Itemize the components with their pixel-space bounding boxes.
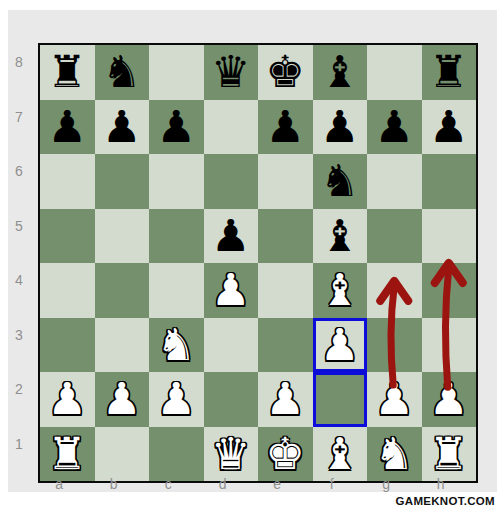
piece-white-rook[interactable]: ♜ <box>48 427 87 482</box>
piece-white-pawn[interactable]: ♟ <box>320 318 359 373</box>
square-d3[interactable] <box>204 318 259 373</box>
piece-black-king[interactable]: ♚ <box>266 45 305 100</box>
file-label-c: c <box>141 475 196 493</box>
watermark: GAMEKNOT.COM <box>396 491 495 511</box>
piece-white-bishop[interactable]: ♝ <box>320 427 359 482</box>
piece-white-pawn[interactable]: ♟ <box>102 372 141 427</box>
square-a4[interactable] <box>40 263 95 318</box>
file-label-b: b <box>87 475 142 493</box>
rank-label-8: 8 <box>8 35 30 90</box>
piece-white-pawn[interactable]: ♟ <box>48 372 87 427</box>
rank-label-6: 6 <box>8 144 30 199</box>
square-b2[interactable]: ♟ <box>95 372 150 427</box>
square-e1[interactable]: ♚ <box>258 427 313 482</box>
rank-labels: 8 7 6 5 4 3 2 1 <box>8 35 30 471</box>
square-h3[interactable] <box>422 318 477 373</box>
square-f8[interactable]: ♝ <box>313 45 368 100</box>
piece-white-knight[interactable]: ♞ <box>375 427 414 482</box>
square-a7[interactable]: ♟ <box>40 100 95 155</box>
rank-label-3: 3 <box>8 308 30 363</box>
square-h6[interactable] <box>422 154 477 209</box>
square-d7[interactable] <box>204 100 259 155</box>
square-c1[interactable] <box>149 427 204 482</box>
file-label-f: f <box>305 475 360 493</box>
piece-black-pawn[interactable]: ♟ <box>320 100 359 155</box>
square-h2[interactable]: ♟ <box>422 372 477 427</box>
square-h4[interactable] <box>422 263 477 318</box>
rank-label-1: 1 <box>8 417 30 472</box>
file-label-a: a <box>32 475 87 493</box>
piece-white-pawn[interactable]: ♟ <box>211 263 250 318</box>
square-e3[interactable] <box>258 318 313 373</box>
square-e4[interactable] <box>258 263 313 318</box>
square-f3[interactable]: ♟ <box>313 318 368 373</box>
square-c6[interactable] <box>149 154 204 209</box>
piece-black-rook[interactable]: ♜ <box>429 45 468 100</box>
square-d6[interactable] <box>204 154 259 209</box>
square-f2[interactable] <box>313 372 368 427</box>
square-g3[interactable] <box>367 318 422 373</box>
file-label-d: d <box>196 475 251 493</box>
chess-board[interactable]: ♜♞♛♚♝♜♟♟♟♟♟♟♟♞♟♝♟♝♞♟♟♟♟♟♟♟♜♛♚♝♞♜ <box>40 45 476 481</box>
square-c4[interactable] <box>149 263 204 318</box>
piece-black-pawn[interactable]: ♟ <box>266 100 305 155</box>
piece-white-pawn[interactable]: ♟ <box>266 372 305 427</box>
square-g7[interactable]: ♟ <box>367 100 422 155</box>
square-b7[interactable]: ♟ <box>95 100 150 155</box>
square-e6[interactable] <box>258 154 313 209</box>
square-b5[interactable] <box>95 209 150 264</box>
piece-black-knight[interactable]: ♞ <box>102 45 141 100</box>
square-c2[interactable]: ♟ <box>149 372 204 427</box>
file-label-e: e <box>250 475 305 493</box>
square-d4[interactable]: ♟ <box>204 263 259 318</box>
square-a1[interactable]: ♜ <box>40 427 95 482</box>
piece-white-bishop[interactable]: ♝ <box>320 263 359 318</box>
piece-black-pawn[interactable]: ♟ <box>375 100 414 155</box>
square-h5[interactable] <box>422 209 477 264</box>
square-g4[interactable] <box>367 263 422 318</box>
piece-black-knight[interactable]: ♞ <box>320 154 359 209</box>
piece-black-pawn[interactable]: ♟ <box>429 100 468 155</box>
square-c5[interactable] <box>149 209 204 264</box>
piece-black-pawn[interactable]: ♟ <box>211 209 250 264</box>
square-c8[interactable] <box>149 45 204 100</box>
rank-label-2: 2 <box>8 362 30 417</box>
square-e8[interactable]: ♚ <box>258 45 313 100</box>
square-b1[interactable] <box>95 427 150 482</box>
square-d5[interactable]: ♟ <box>204 209 259 264</box>
square-f5[interactable]: ♝ <box>313 209 368 264</box>
square-a6[interactable] <box>40 154 95 209</box>
piece-black-pawn[interactable]: ♟ <box>48 100 87 155</box>
square-b8[interactable]: ♞ <box>95 45 150 100</box>
rank-label-5: 5 <box>8 199 30 254</box>
piece-white-pawn[interactable]: ♟ <box>375 372 414 427</box>
square-g8[interactable] <box>367 45 422 100</box>
square-c3[interactable]: ♞ <box>149 318 204 373</box>
piece-black-bishop[interactable]: ♝ <box>320 45 359 100</box>
square-a5[interactable] <box>40 209 95 264</box>
rank-label-4: 4 <box>8 253 30 308</box>
piece-black-rook[interactable]: ♜ <box>48 45 87 100</box>
square-e7[interactable]: ♟ <box>258 100 313 155</box>
square-c7[interactable]: ♟ <box>149 100 204 155</box>
square-d8[interactable]: ♛ <box>204 45 259 100</box>
square-g2[interactable]: ♟ <box>367 372 422 427</box>
square-b4[interactable] <box>95 263 150 318</box>
page: 8 7 6 5 4 3 2 1 ♜♞♛♚♝♜♟♟♟♟♟♟♟♞♟♝♟♝♞♟♟♟♟♟… <box>0 0 502 515</box>
board-panel: 8 7 6 5 4 3 2 1 ♜♞♛♚♝♜♟♟♟♟♟♟♟♞♟♝♟♝♞♟♟♟♟♟… <box>8 10 497 492</box>
rank-label-7: 7 <box>8 90 30 145</box>
square-d2[interactable] <box>204 372 259 427</box>
square-f4[interactable]: ♝ <box>313 263 368 318</box>
piece-white-knight[interactable]: ♞ <box>157 318 196 373</box>
square-g6[interactable] <box>367 154 422 209</box>
piece-black-bishop[interactable]: ♝ <box>320 209 359 264</box>
square-h8[interactable]: ♜ <box>422 45 477 100</box>
board-wrap: ♜♞♛♚♝♜♟♟♟♟♟♟♟♞♟♝♟♝♞♟♟♟♟♟♟♟♜♛♚♝♞♜ <box>38 43 478 483</box>
piece-white-pawn[interactable]: ♟ <box>157 372 196 427</box>
piece-black-pawn[interactable]: ♟ <box>157 100 196 155</box>
square-g1[interactable]: ♞ <box>367 427 422 482</box>
piece-black-pawn[interactable]: ♟ <box>102 100 141 155</box>
square-b6[interactable] <box>95 154 150 209</box>
square-f6[interactable]: ♞ <box>313 154 368 209</box>
square-e5[interactable] <box>258 209 313 264</box>
square-a8[interactable]: ♜ <box>40 45 95 100</box>
square-d1[interactable]: ♛ <box>204 427 259 482</box>
square-e2[interactable]: ♟ <box>258 372 313 427</box>
square-h7[interactable]: ♟ <box>422 100 477 155</box>
square-f1[interactable]: ♝ <box>313 427 368 482</box>
piece-white-king[interactable]: ♚ <box>266 427 305 482</box>
square-b3[interactable] <box>95 318 150 373</box>
piece-white-rook[interactable]: ♜ <box>429 427 468 482</box>
piece-white-queen[interactable]: ♛ <box>211 427 250 482</box>
square-h1[interactable]: ♜ <box>422 427 477 482</box>
piece-white-pawn[interactable]: ♟ <box>429 372 468 427</box>
square-f7[interactable]: ♟ <box>313 100 368 155</box>
square-a3[interactable] <box>40 318 95 373</box>
square-a2[interactable]: ♟ <box>40 372 95 427</box>
square-g5[interactable] <box>367 209 422 264</box>
piece-black-queen[interactable]: ♛ <box>211 45 250 100</box>
